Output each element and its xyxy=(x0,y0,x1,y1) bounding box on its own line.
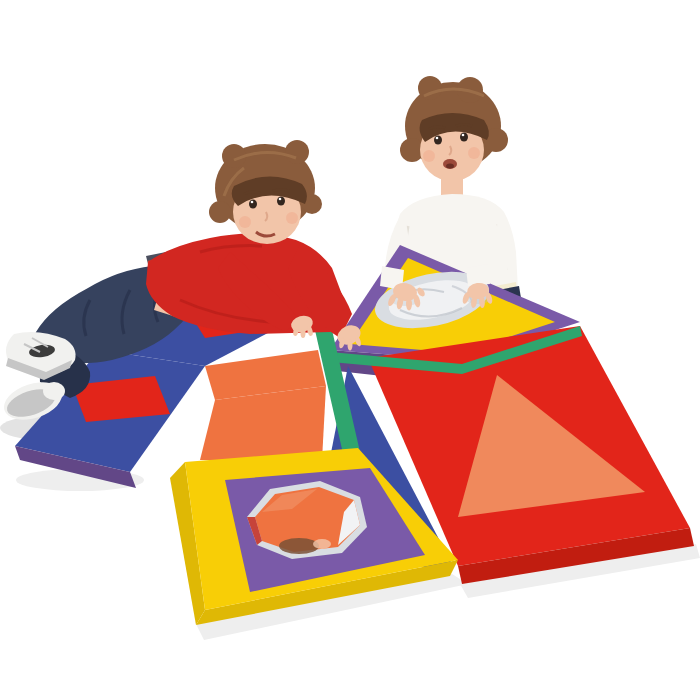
left-child-eye xyxy=(249,200,257,209)
right-child-cheek xyxy=(423,150,435,162)
finger xyxy=(406,298,412,311)
eye-glint xyxy=(462,134,465,137)
right-child-mouth-inner xyxy=(446,164,454,169)
sneaker-two-toe xyxy=(43,382,65,400)
octagon-reflection-hair xyxy=(279,538,319,554)
photo-canvas xyxy=(0,0,700,700)
right-child-eye xyxy=(434,136,442,145)
right-child-cheek xyxy=(468,147,480,159)
left-child-cheek xyxy=(286,212,298,224)
scene-svg xyxy=(0,0,700,700)
right-child-eye xyxy=(460,133,468,142)
hair-curl xyxy=(209,201,231,223)
finger xyxy=(348,340,353,351)
left-child-eye xyxy=(277,197,285,206)
octagon-reflection-skin xyxy=(313,539,331,549)
finger xyxy=(301,328,306,338)
left-child-cheek xyxy=(239,216,251,228)
eye-glint xyxy=(279,198,282,201)
eye-glint xyxy=(251,201,254,204)
hair-curl xyxy=(418,76,442,100)
hair-curl xyxy=(285,140,309,164)
eye-glint xyxy=(436,137,439,140)
